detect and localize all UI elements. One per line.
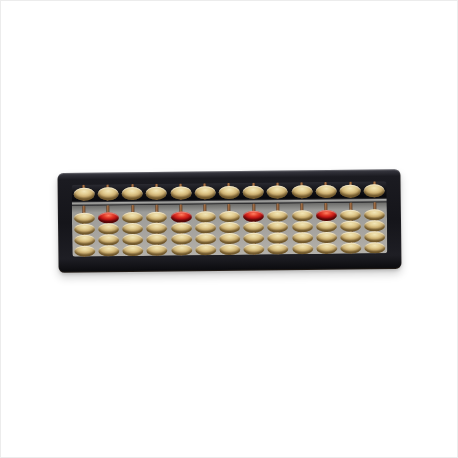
earth-bead[interactable] — [171, 233, 192, 244]
earth-bead[interactable] — [292, 221, 313, 232]
earth-bead[interactable] — [74, 246, 95, 257]
product-photo-background — [0, 0, 458, 458]
earth-bead[interactable] — [195, 244, 216, 255]
earth-rod-column-3 — [120, 205, 145, 256]
earth-bead[interactable] — [98, 234, 119, 245]
earth-bead[interactable] — [340, 232, 361, 243]
earth-bead[interactable] — [267, 221, 288, 232]
earth-rod-column-13 — [363, 202, 388, 253]
earth-bead[interactable] — [340, 221, 361, 232]
heaven-bead[interactable] — [364, 184, 385, 197]
heaven-rod-column-10 — [290, 182, 314, 198]
heaven-bead[interactable] — [97, 187, 118, 200]
earth-bead[interactable] — [219, 233, 240, 244]
abacus-board — [57, 169, 401, 273]
abacus-inner-area — [72, 181, 388, 257]
earth-bead[interactable] — [122, 212, 143, 223]
heaven-rod-column-8 — [241, 183, 265, 199]
earth-bead[interactable] — [195, 233, 216, 244]
earth-bead[interactable] — [316, 243, 337, 254]
heaven-rod-column-5 — [168, 183, 192, 199]
heaven-bead[interactable] — [340, 185, 361, 198]
earth-bead[interactable] — [146, 223, 167, 234]
heaven-bead[interactable] — [194, 186, 215, 199]
heaven-bead[interactable] — [122, 187, 143, 200]
earth-bead[interactable] — [98, 245, 119, 256]
earth-bead[interactable] — [243, 233, 264, 244]
heaven-bead[interactable] — [291, 185, 312, 198]
earth-rod-column-7 — [217, 204, 242, 255]
earth-bead[interactable] — [365, 242, 386, 253]
heaven-rod-column-9 — [265, 182, 289, 198]
earth-bead[interactable] — [292, 210, 313, 221]
earth-rod-column-11 — [314, 203, 339, 254]
heaven-rod-column-12 — [338, 181, 362, 197]
earth-bead[interactable] — [292, 232, 313, 243]
heaven-bead[interactable] — [267, 185, 288, 198]
earth-bead[interactable] — [243, 222, 264, 233]
earth-bead[interactable] — [365, 231, 386, 242]
earth-bead[interactable] — [267, 210, 288, 221]
earth-bead[interactable] — [74, 224, 95, 235]
earth-rod-column-9 — [266, 203, 291, 254]
heaven-bead[interactable] — [316, 185, 337, 198]
earth-bead[interactable] — [122, 234, 143, 245]
heaven-rod-column-4 — [144, 184, 168, 200]
heaven-rod-column-3 — [120, 184, 144, 200]
heaven-bead[interactable] — [146, 187, 167, 200]
red-marker-earth-bead[interactable] — [170, 211, 191, 222]
heaven-rod-column-13 — [362, 181, 386, 197]
earth-bead[interactable] — [74, 235, 95, 246]
earth-bead[interactable] — [122, 245, 143, 256]
red-marker-earth-bead[interactable] — [98, 212, 119, 223]
earth-bead[interactable] — [122, 223, 143, 234]
earth-bead[interactable] — [219, 244, 240, 255]
earth-rod-column-12 — [338, 202, 363, 253]
earth-rod-column-1 — [72, 206, 97, 257]
heaven-rod-column-11 — [314, 182, 338, 198]
earth-bead[interactable] — [74, 213, 95, 224]
earth-rod-column-2 — [96, 205, 121, 256]
heaven-bead[interactable] — [73, 188, 94, 201]
earth-bead[interactable] — [340, 243, 361, 254]
earth-bead[interactable] — [146, 212, 167, 223]
heaven-rod-column-2 — [96, 184, 120, 200]
red-marker-earth-bead[interactable] — [243, 211, 264, 222]
earth-bead[interactable] — [146, 234, 167, 245]
earth-bead[interactable] — [195, 211, 216, 222]
heaven-bead[interactable] — [219, 186, 240, 199]
earth-bead[interactable] — [219, 222, 240, 233]
earth-bead[interactable] — [98, 223, 119, 234]
earth-bead[interactable] — [147, 245, 168, 256]
earth-bead[interactable] — [292, 243, 313, 254]
earth-bead[interactable] — [364, 220, 385, 231]
earth-rod-column-10 — [290, 203, 315, 254]
earth-bead[interactable] — [243, 244, 264, 255]
earth-bead[interactable] — [340, 210, 361, 221]
earth-bead[interactable] — [171, 244, 192, 255]
earth-bead[interactable] — [219, 211, 240, 222]
earth-bead[interactable] — [268, 243, 289, 254]
earth-bead[interactable] — [316, 232, 337, 243]
heaven-bead[interactable] — [243, 186, 264, 199]
earth-rod-column-4 — [145, 205, 170, 256]
earth-bead[interactable] — [171, 222, 192, 233]
earth-bead[interactable] — [195, 222, 216, 233]
heaven-bead[interactable] — [170, 186, 191, 199]
earth-rod-column-8 — [241, 204, 266, 255]
red-marker-earth-bead[interactable] — [316, 210, 337, 221]
earth-bead[interactable] — [268, 232, 289, 243]
heaven-rod-column-6 — [193, 183, 217, 199]
earth-rod-column-5 — [169, 204, 194, 255]
earth-bead[interactable] — [364, 209, 385, 220]
heaven-rod-column-1 — [72, 185, 96, 201]
earth-rod-column-6 — [193, 204, 218, 255]
earth-bead[interactable] — [316, 221, 337, 232]
heaven-rod-column-7 — [217, 183, 241, 199]
earth-deck — [72, 202, 388, 257]
